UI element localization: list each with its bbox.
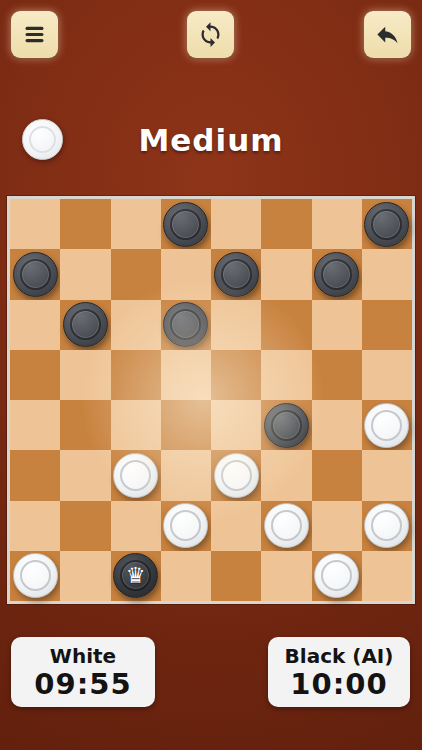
board-square[interactable] <box>161 249 211 299</box>
checker-piece-white[interactable] <box>113 453 158 498</box>
undo-arrow-icon <box>374 21 401 48</box>
board-square[interactable] <box>161 199 211 249</box>
board-square[interactable] <box>60 350 110 400</box>
board-square[interactable] <box>161 501 211 551</box>
board-square[interactable] <box>261 300 311 350</box>
checker-piece-black[interactable] <box>163 202 208 247</box>
board-square[interactable] <box>312 249 362 299</box>
board-square[interactable] <box>10 249 60 299</box>
checker-piece-black[interactable] <box>163 302 208 347</box>
black-clock-panel: Black (AI) 10:00 <box>268 637 410 707</box>
king-crown-icon: ♛ <box>126 565 146 587</box>
board-square[interactable] <box>362 350 412 400</box>
board-square[interactable] <box>111 199 161 249</box>
checker-piece-black[interactable] <box>264 403 309 448</box>
board-square[interactable] <box>161 350 211 400</box>
checker-piece-white[interactable] <box>13 553 58 598</box>
board-square[interactable] <box>60 249 110 299</box>
menu-button[interactable] <box>11 11 58 58</box>
checker-piece-white[interactable] <box>364 403 409 448</box>
board-square[interactable] <box>261 199 311 249</box>
restart-sync-icon <box>197 21 224 48</box>
white-clock-label: White <box>11 645 155 667</box>
board-square[interactable] <box>211 300 261 350</box>
board-square[interactable] <box>261 450 311 500</box>
board-square[interactable] <box>60 400 110 450</box>
board-square[interactable] <box>10 400 60 450</box>
board-square[interactable] <box>10 350 60 400</box>
board-square[interactable] <box>211 551 261 601</box>
board-square[interactable] <box>312 300 362 350</box>
board-square[interactable] <box>111 300 161 350</box>
board-square[interactable] <box>211 249 261 299</box>
board-square[interactable] <box>10 501 60 551</box>
checker-piece-white[interactable] <box>314 553 359 598</box>
board-square[interactable]: ♛ <box>111 551 161 601</box>
board-square[interactable] <box>161 551 211 601</box>
undo-button[interactable] <box>364 11 411 58</box>
checker-piece-black[interactable] <box>314 252 359 297</box>
difficulty-title: Medium <box>0 121 422 159</box>
board-square[interactable] <box>261 400 311 450</box>
board-square[interactable] <box>312 551 362 601</box>
checkers-app: Medium ♛ White 09:55 Black (AI) 10:00 <box>0 0 422 750</box>
board-square[interactable] <box>111 350 161 400</box>
checker-piece-black[interactable] <box>364 202 409 247</box>
board-square[interactable] <box>111 400 161 450</box>
checker-piece-white[interactable] <box>163 503 208 548</box>
board-square[interactable] <box>60 450 110 500</box>
board-square[interactable] <box>10 551 60 601</box>
board-square[interactable] <box>261 350 311 400</box>
board-square[interactable] <box>312 400 362 450</box>
board-square[interactable] <box>60 199 110 249</box>
board-square[interactable] <box>111 450 161 500</box>
board-square[interactable] <box>362 450 412 500</box>
board-square[interactable] <box>10 199 60 249</box>
board-square[interactable] <box>261 249 311 299</box>
checker-piece-white[interactable] <box>264 503 309 548</box>
board-square[interactable] <box>362 551 412 601</box>
hamburger-menu-icon <box>21 21 48 48</box>
board-square[interactable] <box>362 501 412 551</box>
board-frame: ♛ <box>7 196 415 604</box>
checker-piece-black[interactable] <box>63 302 108 347</box>
white-clock-panel: White 09:55 <box>11 637 155 707</box>
black-clock-time: 10:00 <box>268 669 410 699</box>
board: ♛ <box>10 199 412 601</box>
board-square[interactable] <box>261 501 311 551</box>
board-square[interactable] <box>362 199 412 249</box>
board-square[interactable] <box>10 450 60 500</box>
board-square[interactable] <box>261 551 311 601</box>
board-square[interactable] <box>312 199 362 249</box>
white-clock-time: 09:55 <box>11 669 155 699</box>
board-square[interactable] <box>111 249 161 299</box>
board-square[interactable] <box>211 350 261 400</box>
board-square[interactable] <box>211 199 261 249</box>
checker-piece-black[interactable] <box>13 252 58 297</box>
checker-piece-black-king[interactable]: ♛ <box>113 553 158 598</box>
board-square[interactable] <box>10 300 60 350</box>
board-square[interactable] <box>362 249 412 299</box>
board-square[interactable] <box>312 450 362 500</box>
checker-piece-white[interactable] <box>364 503 409 548</box>
board-square[interactable] <box>362 300 412 350</box>
board-square[interactable] <box>60 501 110 551</box>
board-square[interactable] <box>312 350 362 400</box>
checker-piece-white[interactable] <box>214 453 259 498</box>
board-square[interactable] <box>161 400 211 450</box>
board-square[interactable] <box>111 501 161 551</box>
board-square[interactable] <box>161 450 211 500</box>
board-square[interactable] <box>211 450 261 500</box>
board-square[interactable] <box>362 400 412 450</box>
checker-piece-black[interactable] <box>214 252 259 297</box>
black-clock-label: Black (AI) <box>268 645 410 667</box>
board-square[interactable] <box>60 551 110 601</box>
board-square[interactable] <box>211 400 261 450</box>
restart-button[interactable] <box>187 11 234 58</box>
board-square[interactable] <box>161 300 211 350</box>
board-square[interactable] <box>211 501 261 551</box>
board-square[interactable] <box>312 501 362 551</box>
board-square[interactable] <box>60 300 110 350</box>
